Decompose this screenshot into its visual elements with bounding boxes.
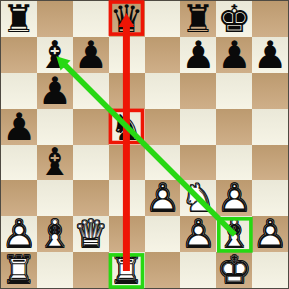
piece-glyph-outline: ♘ (180, 180, 216, 216)
square-a6[interactable] (1, 73, 37, 109)
square-a3[interactable] (1, 180, 37, 216)
square-e2[interactable] (145, 216, 181, 252)
piece-white-pawn-a2[interactable]: ♟♙ (1, 216, 37, 252)
piece-black-bishop-b7[interactable]: ♝ (37, 37, 73, 73)
piece-white-pawn-e3[interactable]: ♟♙ (145, 180, 181, 216)
piece-glyph: ♟ (37, 73, 73, 109)
square-g6[interactable] (216, 73, 252, 109)
square-b3[interactable] (37, 180, 73, 216)
piece-glyph-outline: ♙ (145, 180, 181, 216)
square-d6[interactable] (109, 73, 145, 109)
square-g2[interactable]: ♝♗ (216, 216, 252, 252)
square-h1[interactable] (252, 252, 288, 288)
piece-white-rook-a1[interactable]: ♜♖ (1, 252, 37, 288)
square-f2[interactable]: ♟♙ (180, 216, 216, 252)
square-a5[interactable]: ♟ (1, 109, 37, 145)
piece-glyph-outline: ♙ (216, 180, 252, 216)
piece-black-pawn-f7[interactable]: ♟ (180, 37, 216, 73)
piece-black-knight-d5[interactable]: ♞ (109, 109, 145, 145)
piece-black-pawn-h7[interactable]: ♟ (252, 37, 288, 73)
square-h2[interactable]: ♟♙ (252, 216, 288, 252)
square-b7[interactable]: ♝ (37, 37, 73, 73)
chess-board: ♜♛♜♚♝♟♟♟♟♟♟♞♝♟♙♞♘♟♙♟♙♝♗♛♕♟♙♝♗♟♙♜♖♜♖♚♔ (0, 0, 289, 289)
square-a7[interactable] (1, 37, 37, 73)
square-f6[interactable] (180, 73, 216, 109)
piece-black-rook-f8[interactable]: ♜ (180, 1, 216, 37)
square-d8[interactable]: ♛ (109, 1, 145, 37)
square-d3[interactable] (109, 180, 145, 216)
square-h5[interactable] (252, 109, 288, 145)
piece-black-bishop-b4[interactable]: ♝ (37, 145, 73, 181)
square-h4[interactable] (252, 145, 288, 181)
square-g3[interactable]: ♟♙ (216, 180, 252, 216)
square-d1[interactable]: ♜♖ (109, 252, 145, 288)
square-h3[interactable] (252, 180, 288, 216)
piece-white-queen-c2[interactable]: ♛♕ (73, 216, 109, 252)
piece-glyph-outline: ♖ (1, 252, 37, 288)
chess-board-container: ♜♛♜♚♝♟♟♟♟♟♟♞♝♟♙♞♘♟♙♟♙♝♗♛♕♟♙♝♗♟♙♜♖♜♖♚♔ (0, 0, 289, 289)
square-b5[interactable] (37, 109, 73, 145)
square-e3[interactable]: ♟♙ (145, 180, 181, 216)
square-c8[interactable] (73, 1, 109, 37)
square-b6[interactable]: ♟ (37, 73, 73, 109)
square-f3[interactable]: ♞♘ (180, 180, 216, 216)
piece-glyph: ♟ (216, 37, 252, 73)
piece-glyph: ♝ (37, 145, 73, 181)
piece-white-bishop-b2[interactable]: ♝♗ (37, 216, 73, 252)
square-g1[interactable]: ♚♔ (216, 252, 252, 288)
piece-glyph: ♝ (37, 37, 73, 73)
square-c3[interactable] (73, 180, 109, 216)
piece-glyph-outline: ♗ (37, 216, 73, 252)
square-g5[interactable] (216, 109, 252, 145)
square-a2[interactable]: ♟♙ (1, 216, 37, 252)
piece-glyph: ♚ (216, 1, 252, 37)
piece-glyph-outline: ♗ (216, 216, 252, 252)
piece-glyph: ♟ (252, 37, 288, 73)
square-c1[interactable] (73, 252, 109, 288)
piece-glyph-outline: ♙ (252, 216, 288, 252)
square-g4[interactable] (216, 145, 252, 181)
square-c5[interactable] (73, 109, 109, 145)
piece-white-knight-f3[interactable]: ♞♘ (180, 180, 216, 216)
piece-white-pawn-f2[interactable]: ♟♙ (180, 216, 216, 252)
square-a8[interactable]: ♜ (1, 1, 37, 37)
square-g7[interactable]: ♟ (216, 37, 252, 73)
piece-glyph: ♜ (1, 1, 37, 37)
square-g8[interactable]: ♚ (216, 1, 252, 37)
square-e6[interactable] (145, 73, 181, 109)
square-h7[interactable]: ♟ (252, 37, 288, 73)
piece-black-pawn-a5[interactable]: ♟ (1, 109, 37, 145)
square-h8[interactable] (252, 1, 288, 37)
piece-glyph: ♟ (73, 37, 109, 73)
piece-black-pawn-c7[interactable]: ♟ (73, 37, 109, 73)
piece-black-pawn-g7[interactable]: ♟ (216, 37, 252, 73)
piece-glyph: ♟ (180, 37, 216, 73)
square-b4[interactable]: ♝ (37, 145, 73, 181)
square-c7[interactable]: ♟ (73, 37, 109, 73)
square-e7[interactable] (145, 37, 181, 73)
piece-black-queen-d8[interactable]: ♛ (109, 1, 145, 37)
piece-glyph-outline: ♔ (216, 252, 252, 288)
square-f5[interactable] (180, 109, 216, 145)
square-f7[interactable]: ♟ (180, 37, 216, 73)
piece-glyph: ♞ (109, 109, 145, 145)
square-a4[interactable] (1, 145, 37, 181)
piece-glyph-outline: ♖ (109, 252, 145, 288)
square-e4[interactable] (145, 145, 181, 181)
square-e1[interactable] (145, 252, 181, 288)
piece-glyph-outline: ♕ (73, 216, 109, 252)
square-b8[interactable] (37, 1, 73, 37)
piece-glyph: ♛ (109, 1, 145, 37)
piece-glyph-outline: ♙ (180, 216, 216, 252)
piece-black-king-g8[interactable]: ♚ (216, 1, 252, 37)
square-d4[interactable] (109, 145, 145, 181)
piece-black-rook-a8[interactable]: ♜ (1, 1, 37, 37)
piece-white-pawn-h2[interactable]: ♟♙ (252, 216, 288, 252)
piece-white-rook-d1[interactable]: ♜♖ (109, 252, 145, 288)
square-h6[interactable] (252, 73, 288, 109)
piece-white-king-g1[interactable]: ♚♔ (216, 252, 252, 288)
square-f4[interactable] (180, 145, 216, 181)
piece-black-pawn-b6[interactable]: ♟ (37, 73, 73, 109)
square-f1[interactable] (180, 252, 216, 288)
square-d7[interactable] (109, 37, 145, 73)
square-b2[interactable]: ♝♗ (37, 216, 73, 252)
piece-white-pawn-g3[interactable]: ♟♙ (216, 180, 252, 216)
square-a1[interactable]: ♜♖ (1, 252, 37, 288)
square-b1[interactable] (37, 252, 73, 288)
piece-glyph: ♜ (180, 1, 216, 37)
square-e5[interactable] (145, 109, 181, 145)
square-f8[interactable]: ♜ (180, 1, 216, 37)
square-d5[interactable]: ♞ (109, 109, 145, 145)
square-c2[interactable]: ♛♕ (73, 216, 109, 252)
square-e8[interactable] (145, 1, 181, 37)
piece-glyph-outline: ♙ (1, 216, 37, 252)
piece-white-bishop-g2[interactable]: ♝♗ (216, 216, 252, 252)
square-c6[interactable] (73, 73, 109, 109)
square-d2[interactable] (109, 216, 145, 252)
piece-glyph: ♟ (1, 109, 37, 145)
square-c4[interactable] (73, 145, 109, 181)
